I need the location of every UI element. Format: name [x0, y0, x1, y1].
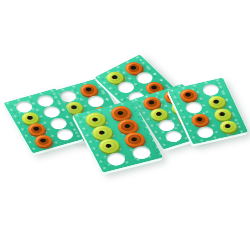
animal-silhouette-icon: ●	[26, 115, 34, 121]
animal-silhouette-icon: ●	[98, 129, 106, 135]
animal-silhouette-icon: ●	[70, 104, 78, 110]
animal-silhouette-icon: ●	[110, 74, 119, 80]
animal-silhouette-icon: ●	[212, 99, 220, 105]
animal-silhouette-icon: ●	[224, 124, 232, 130]
animal-silhouette-icon: ●	[218, 111, 226, 117]
punched-hole	[163, 129, 184, 144]
punched-hole	[195, 125, 215, 139]
animal-silhouette-icon: ●	[104, 143, 112, 149]
animal-silhouette-icon: ●	[84, 87, 92, 93]
animal-silhouette-icon: ●	[39, 137, 47, 143]
animal-silhouette-icon: ●	[91, 116, 99, 122]
punched-hole	[54, 128, 75, 143]
animal-silhouette-icon: ●	[155, 111, 163, 117]
animal-silhouette-icon: ●	[123, 123, 131, 129]
animal-silhouette-icon: ●	[129, 65, 138, 71]
animal-silhouette-icon: ●	[130, 136, 138, 142]
animal-silhouette-icon: ●	[116, 110, 124, 116]
animal-silhouette-icon: ●	[150, 85, 159, 91]
chartreuse-token: ●	[217, 119, 238, 134]
chartreuse-token: ●	[206, 95, 227, 110]
animal-silhouette-icon: ●	[184, 92, 192, 98]
animal-silhouette-icon: ●	[195, 116, 203, 122]
animal-silhouette-icon: ●	[147, 100, 155, 106]
punched-hole	[104, 151, 127, 167]
punched-hole	[184, 100, 204, 114]
orange-token: ●	[189, 112, 210, 127]
scene: ●●●●●●●●●●●●●●●●●●●●●●●●●●●	[0, 38, 250, 213]
punched-hole	[129, 145, 152, 161]
animal-silhouette-icon: ●	[32, 126, 40, 132]
product-photo-stage: ●●●●●●●●●●●●●●●●●●●●●●●●●●●	[0, 0, 250, 250]
orange-token: ●	[177, 88, 198, 103]
